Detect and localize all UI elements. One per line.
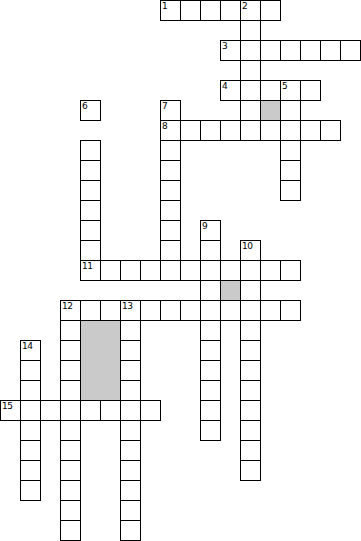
cell-r18c6[interactable] — [120, 360, 141, 381]
cell-r2c14[interactable] — [280, 40, 301, 61]
cell-r15c4[interactable] — [80, 300, 101, 321]
cell-r18c1[interactable] — [20, 360, 41, 381]
cell-r8c4[interactable] — [80, 160, 101, 181]
cell-r7c4[interactable] — [80, 140, 101, 161]
cell-r2c12[interactable] — [240, 40, 261, 61]
cell-r19c12[interactable] — [240, 380, 261, 401]
cell-r15c7[interactable] — [140, 300, 161, 321]
cell-r15c5[interactable] — [100, 300, 121, 321]
cell-r20c6[interactable] — [120, 400, 141, 421]
cell-r2c16[interactable] — [320, 40, 341, 61]
cell-r0c10[interactable] — [200, 0, 221, 21]
cell-r23c12[interactable] — [240, 460, 261, 481]
cell-r21c12[interactable] — [240, 420, 261, 441]
cell-r26c6[interactable] — [120, 520, 141, 541]
cell-r15c14[interactable] — [280, 300, 301, 321]
cell-r17c3[interactable] — [60, 340, 81, 361]
cell-r5c14[interactable] — [280, 100, 301, 121]
cell-r18c10[interactable] — [200, 360, 221, 381]
cell-r16c12[interactable] — [240, 320, 261, 341]
cell-r23c1[interactable] — [20, 460, 41, 481]
cell-r13c14[interactable] — [280, 260, 301, 281]
cell-r0c9[interactable] — [180, 0, 201, 21]
cell-r15c8[interactable] — [160, 300, 181, 321]
cell-r24c3[interactable] — [60, 480, 81, 501]
cell-r13c8[interactable] — [160, 260, 181, 281]
cell-r17c10[interactable] — [200, 340, 221, 361]
cell-r18c3[interactable] — [60, 360, 81, 381]
cell-r19c3[interactable] — [60, 380, 81, 401]
cell-r7c8[interactable] — [160, 140, 181, 161]
cell-r17c1[interactable] — [20, 340, 41, 361]
cell-r5c12[interactable] — [240, 100, 261, 121]
cell-r5c8[interactable] — [160, 100, 181, 121]
cell-r15c6[interactable] — [120, 300, 141, 321]
cell-r26c3[interactable] — [60, 520, 81, 541]
cell-r12c12[interactable] — [240, 240, 261, 261]
cell-r6c9[interactable] — [180, 120, 201, 141]
cell-r5c4[interactable] — [80, 100, 101, 121]
cell-r21c3[interactable] — [60, 420, 81, 441]
cell-r22c3[interactable] — [60, 440, 81, 461]
cell-r2c17[interactable] — [340, 40, 361, 61]
cell-r10c8[interactable] — [160, 200, 181, 221]
cell-r10c4[interactable] — [80, 200, 101, 221]
cell-r15c11[interactable] — [220, 300, 241, 321]
cell-r6c16[interactable] — [320, 120, 341, 141]
cell-r3c12[interactable] — [240, 60, 261, 81]
cell-r11c10[interactable] — [200, 220, 221, 241]
cell-r4c12[interactable] — [240, 80, 261, 101]
cell-r0c8[interactable] — [160, 0, 181, 21]
shaded-cell-r14c11[interactable] — [220, 280, 241, 301]
cell-r9c14[interactable] — [280, 180, 301, 201]
cell-r20c7[interactable] — [140, 400, 161, 421]
cell-r20c3[interactable] — [60, 400, 81, 421]
cell-r8c8[interactable] — [160, 160, 181, 181]
cell-r24c6[interactable] — [120, 480, 141, 501]
cell-r11c8[interactable] — [160, 220, 181, 241]
cell-r25c6[interactable] — [120, 500, 141, 521]
cell-r13c11[interactable] — [220, 260, 241, 281]
cell-r22c6[interactable] — [120, 440, 141, 461]
cell-r9c4[interactable] — [80, 180, 101, 201]
cell-r13c7[interactable] — [140, 260, 161, 281]
cell-r1c12[interactable] — [240, 20, 261, 41]
shaded-block[interactable] — [80, 320, 121, 401]
cell-r2c13[interactable] — [260, 40, 281, 61]
crossword-board: 123456789101112131415 — [0, 0, 361, 541]
cell-r11c4[interactable] — [80, 220, 101, 241]
cell-r16c3[interactable] — [60, 320, 81, 341]
cell-r9c8[interactable] — [160, 180, 181, 201]
cell-r15c13[interactable] — [260, 300, 281, 321]
cell-r22c1[interactable] — [20, 440, 41, 461]
cell-r19c6[interactable] — [120, 380, 141, 401]
cell-r21c1[interactable] — [20, 420, 41, 441]
cell-r24c1[interactable] — [20, 480, 41, 501]
cell-r13c4[interactable] — [80, 260, 101, 281]
cell-r20c0[interactable] — [0, 400, 21, 421]
cell-r14c10[interactable] — [200, 280, 221, 301]
cell-r22c12[interactable] — [240, 440, 261, 461]
cell-r19c1[interactable] — [20, 380, 41, 401]
cell-r17c12[interactable] — [240, 340, 261, 361]
cell-r4c11[interactable] — [220, 80, 241, 101]
cell-r4c13[interactable] — [260, 80, 281, 101]
cell-r15c10[interactable] — [200, 300, 221, 321]
cell-r23c3[interactable] — [60, 460, 81, 481]
cell-r7c14[interactable] — [280, 140, 301, 161]
cell-r18c12[interactable] — [240, 360, 261, 381]
cell-r12c8[interactable] — [160, 240, 181, 261]
cell-r17c6[interactable] — [120, 340, 141, 361]
cell-r12c10[interactable] — [200, 240, 221, 261]
cell-r20c10[interactable] — [200, 400, 221, 421]
cell-r23c6[interactable] — [120, 460, 141, 481]
cell-r0c11[interactable] — [220, 0, 241, 21]
cell-r21c6[interactable] — [120, 420, 141, 441]
cell-r15c12[interactable] — [240, 300, 261, 321]
cell-r6c14[interactable] — [280, 120, 301, 141]
cell-r6c13[interactable] — [260, 120, 281, 141]
cell-r20c2[interactable] — [40, 400, 61, 421]
cell-r15c9[interactable] — [180, 300, 201, 321]
cell-r20c12[interactable] — [240, 400, 261, 421]
cell-r25c3[interactable] — [60, 500, 81, 521]
cell-r16c6[interactable] — [120, 320, 141, 341]
cell-r4c15[interactable] — [300, 80, 321, 101]
cell-r6c12[interactable] — [240, 120, 261, 141]
cell-r8c14[interactable] — [280, 160, 301, 181]
cell-r20c1[interactable] — [20, 400, 41, 421]
cell-r15c3[interactable] — [60, 300, 81, 321]
cell-r13c5[interactable] — [100, 260, 121, 281]
cell-r6c15[interactable] — [300, 120, 321, 141]
cell-r13c6[interactable] — [120, 260, 141, 281]
cell-r20c4[interactable] — [80, 400, 101, 421]
cell-r2c11[interactable] — [220, 40, 241, 61]
cell-r6c10[interactable] — [200, 120, 221, 141]
cell-r13c12[interactable] — [240, 260, 261, 281]
cell-r16c10[interactable] — [200, 320, 221, 341]
cell-r2c15[interactable] — [300, 40, 321, 61]
cell-r13c13[interactable] — [260, 260, 281, 281]
cell-r12c4[interactable] — [80, 240, 101, 261]
cell-r20c5[interactable] — [100, 400, 121, 421]
cell-r13c9[interactable] — [180, 260, 201, 281]
cell-r19c10[interactable] — [200, 380, 221, 401]
cell-r0c12[interactable] — [240, 0, 261, 21]
cell-r14c12[interactable] — [240, 280, 261, 301]
cell-r4c14[interactable] — [280, 80, 301, 101]
cell-r21c10[interactable] — [200, 420, 221, 441]
cell-r13c10[interactable] — [200, 260, 221, 281]
cell-r6c11[interactable] — [220, 120, 241, 141]
shaded-cell-r5c13[interactable] — [260, 100, 281, 121]
cell-r6c8[interactable] — [160, 120, 181, 141]
cell-r0c13[interactable] — [260, 0, 281, 21]
